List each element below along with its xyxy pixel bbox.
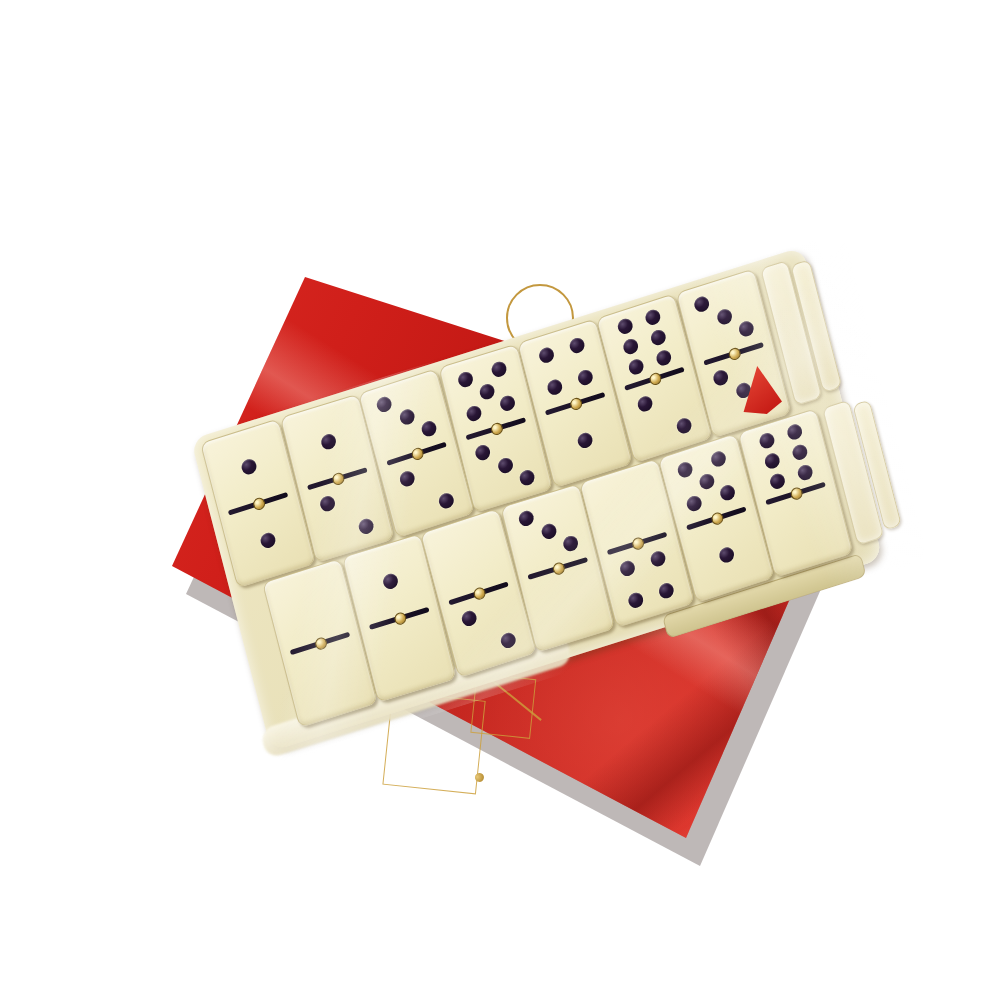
pip	[649, 550, 667, 569]
pip	[437, 492, 455, 511]
pip	[568, 337, 586, 356]
pip	[381, 572, 399, 591]
pip	[561, 534, 579, 553]
pip	[654, 348, 672, 367]
product-photo-domino-set: Double-six domino set with brass spinner…	[0, 0, 1000, 1000]
pip	[768, 471, 786, 490]
pip	[791, 442, 809, 461]
pip	[575, 431, 593, 450]
pip	[239, 457, 257, 476]
pip	[693, 295, 711, 314]
pip	[545, 377, 563, 396]
pip	[626, 591, 644, 610]
pip	[715, 307, 733, 326]
pip	[496, 456, 514, 475]
pip	[685, 494, 703, 513]
pip	[618, 559, 636, 578]
pip	[539, 522, 557, 541]
pip	[420, 419, 438, 438]
pip	[375, 395, 393, 414]
pip	[576, 368, 594, 387]
pip	[758, 431, 776, 450]
pip	[537, 346, 555, 365]
pip	[635, 394, 653, 413]
pip	[465, 404, 483, 423]
pip	[675, 417, 693, 436]
pip	[697, 472, 715, 491]
pip	[478, 382, 496, 401]
pip	[737, 319, 755, 338]
pip	[657, 581, 675, 600]
pip	[460, 609, 478, 628]
pip	[622, 337, 640, 356]
pip	[712, 368, 730, 387]
pip	[616, 316, 634, 335]
pip	[763, 451, 781, 470]
pip	[456, 370, 474, 389]
pip	[258, 531, 276, 550]
pip	[649, 328, 667, 347]
pip	[319, 432, 337, 451]
pip	[517, 509, 535, 528]
pip	[717, 545, 735, 564]
pip	[627, 357, 645, 376]
pip	[676, 460, 694, 479]
pip	[796, 463, 814, 482]
pip	[490, 360, 508, 379]
pip	[709, 449, 727, 468]
pip	[644, 307, 662, 326]
pip	[398, 469, 416, 488]
pip	[474, 443, 492, 462]
pip	[499, 631, 517, 650]
pip	[719, 483, 737, 502]
pip	[499, 394, 517, 413]
pip	[785, 422, 803, 441]
pip	[398, 407, 416, 426]
pip	[518, 468, 536, 487]
pip	[318, 494, 336, 513]
pip	[357, 517, 375, 536]
